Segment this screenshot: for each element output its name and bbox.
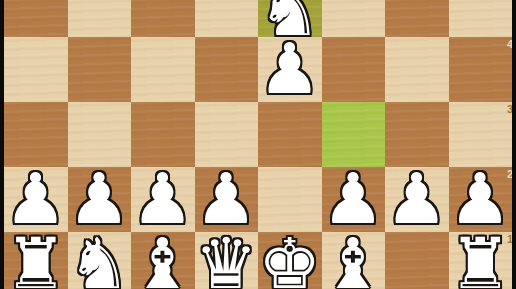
- square-d4[interactable]: [195, 37, 259, 102]
- chess-board: ♞♟43♟♟♟♟♟♟♟2♜a♞b♝c♛d♚e♝fg♜1h: [4, 0, 512, 289]
- letterbox-left-bar: [0, 0, 4, 289]
- square-b4[interactable]: [68, 37, 132, 102]
- square-h1[interactable]: ♜1h: [449, 232, 513, 289]
- piece-wR-a1[interactable]: ♜: [4, 232, 67, 289]
- square-g4[interactable]: [385, 37, 449, 102]
- square-a5[interactable]: [4, 0, 68, 37]
- square-g1[interactable]: g: [385, 232, 449, 289]
- letterbox-right-bar: [512, 0, 516, 289]
- square-h4[interactable]: 4: [449, 37, 513, 102]
- piece-wN-b1[interactable]: ♞: [68, 232, 131, 289]
- square-g2[interactable]: ♟: [385, 167, 449, 232]
- square-c5[interactable]: [131, 0, 195, 37]
- square-a4[interactable]: [4, 37, 68, 102]
- piece-wP-g2[interactable]: ♟: [385, 167, 448, 232]
- square-f4[interactable]: [322, 37, 386, 102]
- piece-wR-h1[interactable]: ♜: [449, 232, 512, 289]
- square-d1[interactable]: ♛d: [195, 232, 259, 289]
- piece-wP-e4[interactable]: ♟: [258, 37, 321, 102]
- square-d5[interactable]: [195, 0, 259, 37]
- square-c1[interactable]: ♝c: [131, 232, 195, 289]
- square-b5[interactable]: [68, 0, 132, 37]
- square-c4[interactable]: [131, 37, 195, 102]
- piece-wK-e1[interactable]: ♚: [258, 232, 321, 289]
- square-f5[interactable]: [322, 0, 386, 37]
- square-f1[interactable]: ♝f: [322, 232, 386, 289]
- square-b1[interactable]: ♞b: [68, 232, 132, 289]
- square-e4[interactable]: ♟: [258, 37, 322, 102]
- piece-wB-c1[interactable]: ♝: [131, 232, 194, 289]
- piece-wQ-d1[interactable]: ♛: [195, 232, 258, 289]
- piece-wB-f1[interactable]: ♝: [322, 232, 385, 289]
- square-e3[interactable]: [258, 102, 322, 167]
- square-h5[interactable]: [449, 0, 513, 37]
- square-a1[interactable]: ♜a: [4, 232, 68, 289]
- video-frame: ♞♟43♟♟♟♟♟♟♟2♜a♞b♝c♛d♚e♝fg♜1h: [0, 0, 516, 289]
- square-e1[interactable]: ♚e: [258, 232, 322, 289]
- square-g5[interactable]: [385, 0, 449, 37]
